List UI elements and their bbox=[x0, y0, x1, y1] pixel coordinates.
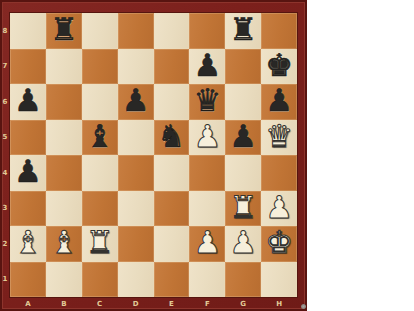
square-h4[interactable] bbox=[261, 155, 297, 191]
white-bishop-a2[interactable]: ♝ bbox=[14, 227, 42, 258]
square-h5[interactable]: ♛ bbox=[261, 120, 297, 156]
white-pawn-f5[interactable]: ♟ bbox=[193, 121, 221, 152]
square-c7[interactable] bbox=[82, 49, 118, 85]
black-rook-b8[interactable]: ♜ bbox=[50, 14, 78, 45]
rank-label-5: 5 bbox=[0, 120, 10, 156]
square-c8[interactable] bbox=[82, 13, 118, 49]
white-rook-c2[interactable]: ♜ bbox=[86, 227, 114, 258]
square-g3[interactable]: ♜ bbox=[225, 191, 261, 227]
file-label-a: A bbox=[10, 297, 46, 311]
square-g4[interactable] bbox=[225, 155, 261, 191]
square-h8[interactable] bbox=[261, 13, 297, 49]
square-c3[interactable] bbox=[82, 191, 118, 227]
square-g8[interactable]: ♜ bbox=[225, 13, 261, 49]
square-d6[interactable]: ♟ bbox=[118, 84, 154, 120]
square-d5[interactable] bbox=[118, 120, 154, 156]
square-e5[interactable]: ♞ bbox=[154, 120, 190, 156]
square-f4[interactable] bbox=[189, 155, 225, 191]
square-d3[interactable] bbox=[118, 191, 154, 227]
black-rook-g8[interactable]: ♜ bbox=[229, 14, 257, 45]
square-e2[interactable] bbox=[154, 226, 190, 262]
square-a8[interactable] bbox=[10, 13, 46, 49]
square-a3[interactable] bbox=[10, 191, 46, 227]
square-b5[interactable] bbox=[46, 120, 82, 156]
square-a7[interactable] bbox=[10, 49, 46, 85]
square-a6[interactable]: ♟ bbox=[10, 84, 46, 120]
square-f2[interactable]: ♟ bbox=[189, 226, 225, 262]
square-e3[interactable] bbox=[154, 191, 190, 227]
square-e8[interactable] bbox=[154, 13, 190, 49]
square-h1[interactable] bbox=[261, 262, 297, 298]
square-e7[interactable] bbox=[154, 49, 190, 85]
black-pawn-f7[interactable]: ♟ bbox=[193, 50, 221, 81]
white-pawn-f2[interactable]: ♟ bbox=[193, 227, 221, 258]
square-h6[interactable]: ♟ bbox=[261, 84, 297, 120]
file-label-g: G bbox=[225, 297, 261, 311]
black-pawn-a4[interactable]: ♟ bbox=[14, 156, 42, 187]
file-labels: ABCDEFGH bbox=[10, 297, 297, 311]
black-bishop-c5[interactable]: ♝ bbox=[86, 121, 114, 152]
square-g6[interactable] bbox=[225, 84, 261, 120]
file-label-c: C bbox=[82, 297, 118, 311]
square-a4[interactable]: ♟ bbox=[10, 155, 46, 191]
white-queen-h5[interactable]: ♛ bbox=[265, 121, 293, 152]
rank-labels: 87654321 bbox=[0, 13, 10, 297]
black-king-h7[interactable]: ♚ bbox=[265, 50, 293, 81]
square-c4[interactable] bbox=[82, 155, 118, 191]
square-e6[interactable] bbox=[154, 84, 190, 120]
square-c1[interactable] bbox=[82, 262, 118, 298]
rank-label-8: 8 bbox=[0, 13, 10, 49]
square-a2[interactable]: ♝ bbox=[10, 226, 46, 262]
square-f3[interactable] bbox=[189, 191, 225, 227]
square-b8[interactable]: ♜ bbox=[46, 13, 82, 49]
square-h2[interactable]: ♚ bbox=[261, 226, 297, 262]
square-c6[interactable] bbox=[82, 84, 118, 120]
file-label-f: F bbox=[189, 297, 225, 311]
file-label-d: D bbox=[118, 297, 154, 311]
chess-board: 87654321 ♜♜♟♚♟♟♛♟♝♞♟♟♛♟♜♟♝♝♜♟♟♚ ABCDEFGH bbox=[0, 0, 307, 311]
rank-label-7: 7 bbox=[0, 49, 10, 85]
square-g1[interactable] bbox=[225, 262, 261, 298]
square-f8[interactable] bbox=[189, 13, 225, 49]
square-b7[interactable] bbox=[46, 49, 82, 85]
rank-label-3: 3 bbox=[0, 191, 10, 227]
square-b2[interactable]: ♝ bbox=[46, 226, 82, 262]
square-g7[interactable] bbox=[225, 49, 261, 85]
square-e1[interactable] bbox=[154, 262, 190, 298]
square-a5[interactable] bbox=[10, 120, 46, 156]
board-grid: ♜♜♟♚♟♟♛♟♝♞♟♟♛♟♜♟♝♝♜♟♟♚ bbox=[10, 13, 297, 297]
square-d8[interactable] bbox=[118, 13, 154, 49]
square-f1[interactable] bbox=[189, 262, 225, 298]
rank-label-1: 1 bbox=[0, 262, 10, 298]
square-g5[interactable]: ♟ bbox=[225, 120, 261, 156]
rank-label-6: 6 bbox=[0, 84, 10, 120]
rank-label-4: 4 bbox=[0, 155, 10, 191]
square-g2[interactable]: ♟ bbox=[225, 226, 261, 262]
black-pawn-h6[interactable]: ♟ bbox=[265, 85, 293, 116]
square-c5[interactable]: ♝ bbox=[82, 120, 118, 156]
rank-label-2: 2 bbox=[0, 226, 10, 262]
black-knight-e5[interactable]: ♞ bbox=[158, 121, 186, 152]
square-h3[interactable]: ♟ bbox=[261, 191, 297, 227]
square-h7[interactable]: ♚ bbox=[261, 49, 297, 85]
square-d7[interactable] bbox=[118, 49, 154, 85]
square-b6[interactable] bbox=[46, 84, 82, 120]
file-label-e: E bbox=[154, 297, 190, 311]
square-b4[interactable] bbox=[46, 155, 82, 191]
file-label-h: H bbox=[261, 297, 297, 311]
square-f5[interactable]: ♟ bbox=[189, 120, 225, 156]
white-rook-g3[interactable]: ♜ bbox=[229, 192, 257, 223]
black-pawn-a6[interactable]: ♟ bbox=[14, 85, 42, 116]
square-e4[interactable] bbox=[154, 155, 190, 191]
black-pawn-g5[interactable]: ♟ bbox=[229, 121, 257, 152]
square-b1[interactable] bbox=[46, 262, 82, 298]
black-pawn-d6[interactable]: ♟ bbox=[122, 85, 150, 116]
white-pawn-h3[interactable]: ♟ bbox=[265, 192, 293, 223]
black-queen-f6[interactable]: ♛ bbox=[193, 85, 221, 116]
square-a1[interactable] bbox=[10, 262, 46, 298]
square-b3[interactable] bbox=[46, 191, 82, 227]
square-d2[interactable] bbox=[118, 226, 154, 262]
square-d1[interactable] bbox=[118, 262, 154, 298]
square-f7[interactable]: ♟ bbox=[189, 49, 225, 85]
square-f6[interactable]: ♛ bbox=[189, 84, 225, 120]
board-corner-dot bbox=[301, 304, 306, 309]
file-label-b: B bbox=[46, 297, 82, 311]
square-d4[interactable] bbox=[118, 155, 154, 191]
white-bishop-b2[interactable]: ♝ bbox=[50, 227, 78, 258]
square-c2[interactable]: ♜ bbox=[82, 226, 118, 262]
white-king-h2[interactable]: ♚ bbox=[265, 227, 293, 258]
white-pawn-g2[interactable]: ♟ bbox=[229, 227, 257, 258]
